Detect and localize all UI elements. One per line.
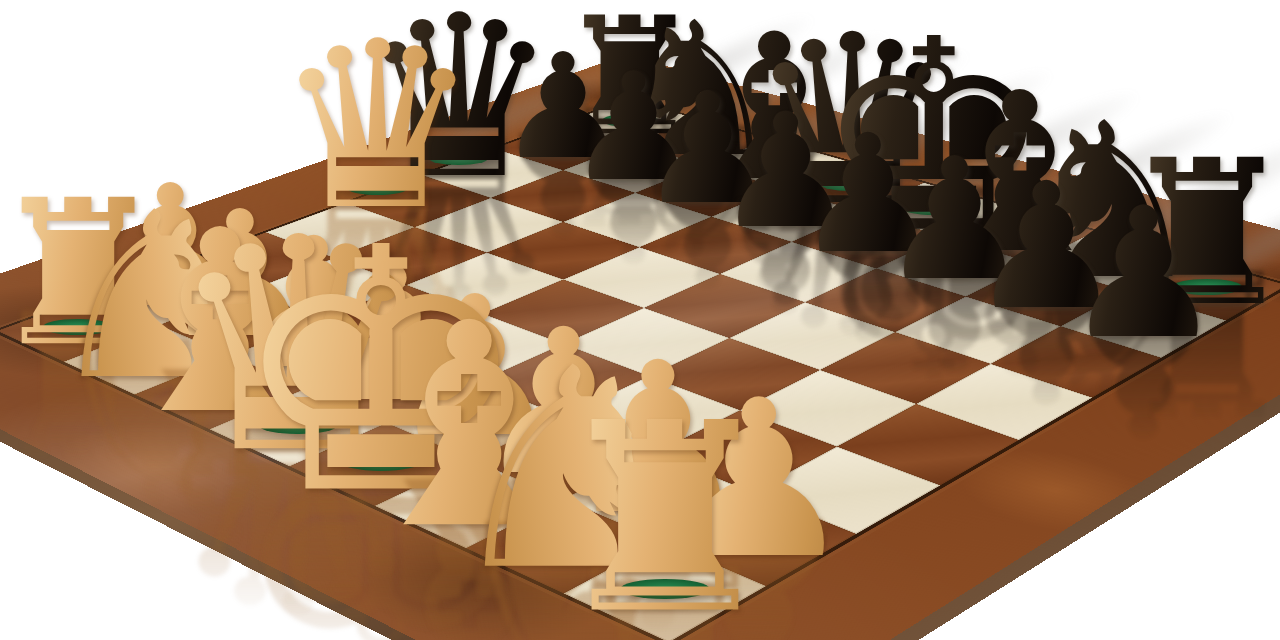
piece-white-rook-h1-glyph: ♜ (548, 389, 782, 640)
piece-black-pawn-h7-glyph: ♟ (1063, 184, 1225, 364)
product-photo-scene: ♜♜♞♞♝♝♛♛♚♚♝♝♞♞♜♜♟♟♟♟♟♟♟♟♟♟♟♟♟♟♟♟♟♟♟♟♟♟♟♟… (0, 0, 1280, 640)
